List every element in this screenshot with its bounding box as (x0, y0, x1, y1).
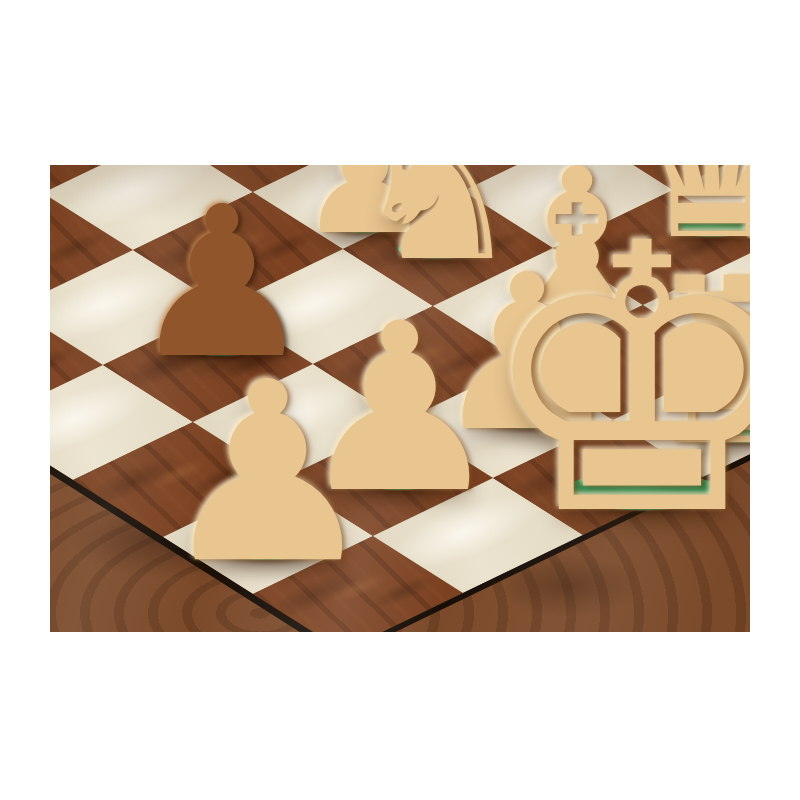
product-photo-page: ♟♛♞♝♟♟♜♟♚♟ (0, 0, 800, 800)
chess-photo: ♟♛♞♝♟♟♜♟♚♟ (50, 165, 750, 632)
pieces-layer: ♟♛♞♝♟♟♜♟♚♟ (50, 165, 750, 632)
king-glyph: ♚ (476, 196, 750, 566)
pawn-glyph: ♟ (157, 349, 379, 597)
